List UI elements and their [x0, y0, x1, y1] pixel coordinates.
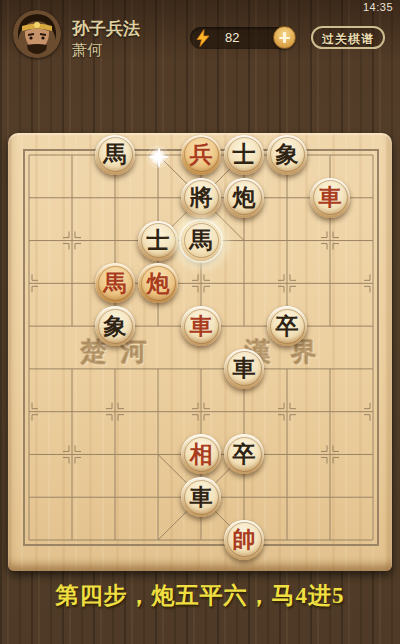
game-screen: 14:35 孙子兵法 萧何 82 过关棋谱 楚河 漢界 馬兵士象將炮車士馬馬炮象…	[0, 0, 400, 644]
piece-red-炮[interactable]: 炮	[138, 263, 178, 303]
energy-value: 82	[225, 30, 239, 45]
piece-black-卒[interactable]: 卒	[224, 434, 264, 474]
piece-layer: 馬兵士象將炮車士馬馬炮象車卒車相卒車帥	[8, 134, 395, 562]
player-name: 萧何	[72, 41, 102, 60]
board-point: 馬	[180, 219, 223, 262]
piece-black-象[interactable]: 象	[95, 306, 135, 346]
board-point: 將	[180, 176, 223, 219]
piece-red-兵[interactable]: 兵	[181, 135, 221, 175]
piece-black-士[interactable]: 士	[224, 135, 264, 175]
board-point: 車	[309, 176, 352, 219]
status-clock: 14:35	[363, 1, 393, 13]
piece-black-士[interactable]: 士	[138, 221, 178, 261]
piece-black-馬[interactable]: 馬	[181, 221, 221, 261]
records-button[interactable]: 过关棋谱	[311, 26, 385, 49]
piece-black-馬[interactable]: 馬	[95, 135, 135, 175]
board-point: 卒	[266, 305, 309, 348]
board-point: 象	[266, 134, 309, 177]
board-point: 車	[180, 476, 223, 519]
board-point: 帥	[223, 518, 266, 561]
move-origin-cell	[137, 134, 180, 177]
board-point: 車	[223, 347, 266, 390]
avatar-portrait	[13, 10, 61, 58]
piece-red-帥[interactable]: 帥	[224, 520, 264, 560]
board-point: 象	[94, 305, 137, 348]
board-point: 士	[137, 219, 180, 262]
board-point: 馬	[94, 134, 137, 177]
board-point: 炮	[137, 262, 180, 305]
board-point: 卒	[223, 433, 266, 476]
piece-black-車[interactable]: 車	[224, 349, 264, 389]
lightning-icon	[194, 29, 212, 47]
avatar[interactable]	[13, 10, 61, 58]
move-origin-sparkle-icon	[147, 146, 169, 168]
board-point: 車	[180, 305, 223, 348]
board-point: 炮	[223, 176, 266, 219]
piece-black-卒[interactable]: 卒	[267, 306, 307, 346]
puzzle-title: 孙子兵法	[72, 17, 140, 40]
piece-red-車[interactable]: 車	[310, 178, 350, 218]
piece-red-馬[interactable]: 馬	[95, 263, 135, 303]
add-energy-button[interactable]	[273, 26, 296, 49]
move-caption: 第四步，炮五平六，马4进5	[0, 580, 400, 611]
piece-red-相[interactable]: 相	[181, 434, 221, 474]
board-point: 馬	[94, 262, 137, 305]
piece-black-將[interactable]: 將	[181, 178, 221, 218]
board-point: 兵	[180, 134, 223, 177]
piece-black-象[interactable]: 象	[267, 135, 307, 175]
piece-black-車[interactable]: 車	[181, 477, 221, 517]
piece-red-車[interactable]: 車	[181, 306, 221, 346]
board-point: 士	[223, 134, 266, 177]
xiangqi-board: 楚河 漢界 馬兵士象將炮車士馬馬炮象車卒車相卒車帥	[8, 133, 392, 571]
piece-black-炮[interactable]: 炮	[224, 178, 264, 218]
board-point: 相	[180, 433, 223, 476]
